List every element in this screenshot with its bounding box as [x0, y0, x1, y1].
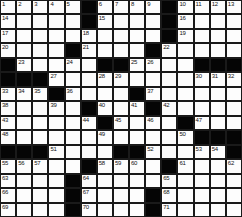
cell-r4c4[interactable]: [49, 44, 63, 56]
cell-r1c1[interactable]: 1: [1, 1, 15, 13]
cell-r3c15[interactable]: [227, 30, 241, 42]
clue-number: 56: [18, 160, 24, 167]
crossword-puzzle: 1234567891011121314151617181920212223242…: [0, 0, 242, 217]
cell-r9c4[interactable]: [49, 117, 63, 129]
cell-r1c15[interactable]: 13: [227, 1, 241, 13]
cell-r9c11[interactable]: [162, 117, 176, 129]
block-r4c10: [146, 44, 160, 56]
clue-number: 9: [147, 1, 150, 8]
cell-r2c3[interactable]: [33, 15, 47, 27]
cell-r7c5[interactable]: 36: [66, 88, 80, 100]
cell-r10c5[interactable]: [66, 131, 80, 143]
cell-r15c6[interactable]: 70: [82, 204, 96, 216]
cell-r10c7[interactable]: 49: [98, 131, 112, 143]
cell-r4c9[interactable]: [130, 44, 144, 56]
block-r9c7: [98, 117, 112, 129]
clue-number: 26: [147, 59, 153, 66]
cell-r5c10[interactable]: 26: [146, 59, 160, 71]
block-r1c11: [162, 1, 176, 13]
clue-number: 32: [228, 73, 234, 80]
cell-r8c4[interactable]: 39: [49, 102, 63, 114]
clue-number: 4: [50, 1, 53, 8]
block-r5c7: [98, 59, 112, 71]
block-r5c1: [1, 59, 15, 71]
clue-number: 29: [115, 73, 121, 80]
clue-number: 3: [34, 1, 37, 8]
clue-number: 54: [212, 146, 218, 153]
cell-r12c8[interactable]: 59: [114, 160, 128, 172]
cell-r6c11[interactable]: [162, 73, 176, 85]
block-r3c11: [162, 30, 176, 42]
block-r10c13: [195, 131, 209, 143]
clue-number: 10: [179, 1, 185, 8]
cell-r9c5[interactable]: [66, 117, 80, 129]
cell-r10c1[interactable]: 48: [1, 131, 15, 143]
clue-number: 20: [2, 44, 8, 51]
cell-r4c1[interactable]: 20: [1, 44, 15, 56]
block-r12c11: [162, 160, 176, 172]
cell-r4c15[interactable]: [227, 44, 241, 56]
cell-r7c6[interactable]: [82, 88, 96, 100]
cell-r7c11[interactable]: [162, 88, 176, 100]
clue-number: 18: [83, 30, 89, 37]
cell-r5c9[interactable]: 25: [130, 59, 144, 71]
cell-r8c8[interactable]: [114, 102, 128, 114]
cell-r7c15[interactable]: [227, 88, 241, 100]
cell-r6c6[interactable]: [82, 73, 96, 85]
cell-r11c6[interactable]: [82, 146, 96, 158]
cell-r14c11[interactable]: 68: [162, 189, 176, 201]
clue-number: 67: [83, 189, 89, 196]
cell-r3c9[interactable]: [130, 30, 144, 42]
cell-r6c4[interactable]: 27: [49, 73, 63, 85]
cell-r7c1[interactable]: 33: [1, 88, 15, 100]
cell-r13c12[interactable]: [178, 175, 192, 187]
cell-r13c13[interactable]: [195, 175, 209, 187]
cell-r4c8[interactable]: [114, 44, 128, 56]
cell-r15c8[interactable]: [114, 204, 128, 216]
cell-r2c12[interactable]: 16: [178, 15, 192, 27]
cell-r3c10[interactable]: [146, 30, 160, 42]
clue-number: 17: [2, 30, 8, 37]
clue-number: 45: [115, 117, 121, 124]
clue-number: 23: [18, 59, 24, 66]
block-r6c3: [33, 73, 47, 85]
cell-r3c5[interactable]: [66, 30, 80, 42]
cell-r2c10[interactable]: [146, 15, 160, 27]
cell-r7c3[interactable]: 35: [33, 88, 47, 100]
cell-r8c13[interactable]: [195, 102, 209, 114]
cell-r3c1[interactable]: 17: [1, 30, 15, 42]
block-r7c4: [49, 88, 63, 100]
cell-r2c7[interactable]: 15: [98, 15, 112, 27]
cell-r9c15[interactable]: [227, 117, 241, 129]
cell-r2c5[interactable]: [66, 15, 80, 27]
cell-r13c2[interactable]: [17, 175, 31, 187]
clue-number: 5: [67, 1, 70, 8]
cell-r9c1[interactable]: 43: [1, 117, 15, 129]
clue-number: 40: [99, 102, 105, 109]
block-r8c10: [146, 102, 160, 114]
cell-r12c10[interactable]: [146, 160, 160, 172]
cell-r5c6[interactable]: [82, 59, 96, 71]
cell-r15c1[interactable]: 69: [1, 204, 15, 216]
cell-r15c7[interactable]: [98, 204, 112, 216]
block-r11c9: [130, 146, 144, 158]
cell-r8c11[interactable]: 42: [162, 102, 176, 114]
cell-r15c13[interactable]: [195, 204, 209, 216]
clue-number: 42: [163, 102, 169, 109]
cell-r5c3[interactable]: [33, 59, 47, 71]
cell-r13c8[interactable]: [114, 175, 128, 187]
cell-r9c10[interactable]: 46: [146, 117, 160, 129]
clue-number: 44: [83, 117, 89, 124]
clue-number: 43: [2, 117, 8, 124]
cell-r14c8[interactable]: [114, 189, 128, 201]
clue-number: 52: [147, 146, 153, 153]
cell-r11c5[interactable]: [66, 146, 80, 158]
cell-r10c11[interactable]: [162, 131, 176, 143]
block-r15c10: [146, 204, 160, 216]
cell-r14c4[interactable]: [49, 189, 63, 201]
cell-r9c14[interactable]: [211, 117, 225, 129]
clue-number: 15: [99, 15, 105, 22]
cell-r5c5[interactable]: 24: [66, 59, 80, 71]
clue-number: 36: [67, 88, 73, 95]
clue-number: 58: [99, 160, 105, 167]
cell-r14c1[interactable]: 66: [1, 189, 15, 201]
cell-r8c3[interactable]: [33, 102, 47, 114]
cell-r1c10[interactable]: 9: [146, 1, 160, 13]
clue-number: 7: [115, 1, 118, 8]
cell-r4c7[interactable]: [98, 44, 112, 56]
cell-r12c2[interactable]: 56: [17, 160, 31, 172]
cell-r15c14[interactable]: [211, 204, 225, 216]
cell-r15c2[interactable]: [17, 204, 31, 216]
cell-r8c1[interactable]: 38: [1, 102, 15, 114]
cell-r6c9[interactable]: [130, 73, 144, 85]
clue-number: 14: [2, 15, 8, 22]
cell-r4c3[interactable]: [33, 44, 47, 56]
block-r2c11: [162, 15, 176, 27]
block-r9c12: [178, 117, 192, 129]
cell-r11c14[interactable]: 54: [211, 146, 225, 158]
cell-r12c3[interactable]: 57: [33, 160, 47, 172]
cell-r4c6[interactable]: 21: [82, 44, 96, 56]
block-r13c5: [66, 175, 80, 187]
cell-r12c12[interactable]: 61: [178, 160, 192, 172]
cell-r8c9[interactable]: 41: [130, 102, 144, 114]
block-r6c2: [17, 73, 31, 85]
cell-r2c9[interactable]: [130, 15, 144, 27]
cell-r9c2[interactable]: [17, 117, 31, 129]
cell-r11c12[interactable]: [178, 146, 192, 158]
clue-number: 70: [83, 204, 89, 211]
cell-r12c5[interactable]: [66, 160, 80, 172]
clue-number: 31: [212, 73, 218, 80]
cell-r10c4[interactable]: [49, 131, 63, 143]
block-r11c2: [17, 146, 31, 158]
clue-number: 13: [228, 1, 234, 8]
cell-r12c15[interactable]: 62: [227, 160, 241, 172]
cell-r8c12[interactable]: [178, 102, 192, 114]
cell-r1c9[interactable]: 8: [130, 1, 144, 13]
cell-r1c4[interactable]: 4: [49, 1, 63, 13]
cell-r5c12[interactable]: [178, 59, 192, 71]
cell-r15c3[interactable]: [33, 204, 47, 216]
cell-r13c15[interactable]: [227, 175, 241, 187]
clue-number: 16: [179, 15, 185, 22]
clue-number: 66: [2, 189, 8, 196]
cell-r1c2[interactable]: 2: [17, 1, 31, 13]
clue-number: 68: [163, 189, 169, 196]
cell-r7c12[interactable]: [178, 88, 192, 100]
clue-number: 22: [163, 44, 169, 51]
cell-r15c4[interactable]: [49, 204, 63, 216]
cell-r10c6[interactable]: [82, 131, 96, 143]
clue-number: 2: [18, 1, 21, 8]
block-r10c14: [211, 131, 225, 143]
cell-r1c14[interactable]: 12: [211, 1, 225, 13]
cell-r6c12[interactable]: [178, 73, 192, 85]
cell-r11c10[interactable]: 52: [146, 146, 160, 158]
cell-r13c1[interactable]: 63: [1, 175, 15, 187]
cell-r14c7[interactable]: [98, 189, 112, 201]
cell-r5c11[interactable]: [162, 59, 176, 71]
block-r10c15: [227, 131, 241, 143]
cell-r9c3[interactable]: [33, 117, 47, 129]
cell-r2c8[interactable]: [114, 15, 128, 27]
clue-number: 50: [179, 131, 185, 138]
cell-r1c7[interactable]: 6: [98, 1, 112, 13]
clue-number: 64: [83, 175, 89, 182]
cell-r9c13[interactable]: 47: [195, 117, 209, 129]
cell-r8c7[interactable]: 40: [98, 102, 112, 114]
cell-r1c3[interactable]: 3: [33, 1, 47, 13]
cell-r14c12[interactable]: [178, 189, 192, 201]
cell-r3c4[interactable]: [49, 30, 63, 42]
block-r1c6: [82, 1, 96, 13]
cell-r4c12[interactable]: [178, 44, 192, 56]
clue-number: 41: [131, 102, 137, 109]
cell-r8c15[interactable]: [227, 102, 241, 114]
clue-number: 35: [34, 88, 40, 95]
cell-r13c7[interactable]: [98, 175, 112, 187]
clue-number: 60: [131, 160, 137, 167]
block-r4c5: [66, 44, 80, 56]
cell-r15c11[interactable]: 71: [162, 204, 176, 216]
cell-r14c3[interactable]: [33, 189, 47, 201]
cell-r13c3[interactable]: [33, 175, 47, 187]
clue-number: 55: [2, 160, 8, 167]
clue-number: 49: [99, 131, 105, 138]
cell-r9c8[interactable]: 45: [114, 117, 128, 129]
block-r14c5: [66, 189, 80, 201]
block-r11c1: [1, 146, 15, 158]
block-r7c9: [130, 88, 144, 100]
clue-number: 48: [2, 131, 8, 138]
block-r8c6: [82, 102, 96, 114]
clue-number: 27: [50, 73, 56, 80]
cell-r15c15[interactable]: [227, 204, 241, 216]
cell-r12c7[interactable]: 58: [98, 160, 112, 172]
cell-r11c13[interactable]: 53: [195, 146, 209, 158]
cell-r10c12[interactable]: 50: [178, 131, 192, 143]
block-r11c15: [227, 146, 241, 158]
cell-r1c5[interactable]: 5: [66, 1, 80, 13]
cell-r8c5[interactable]: [66, 102, 80, 114]
cell-r15c9[interactable]: [130, 204, 144, 216]
block-r11c3: [33, 146, 47, 158]
clue-number: 37: [147, 88, 153, 95]
cell-r8c2[interactable]: [17, 102, 31, 114]
cell-r4c2[interactable]: [17, 44, 31, 56]
cell-r11c11[interactable]: [162, 146, 176, 158]
clue-number: 24: [67, 59, 73, 66]
clue-number: 25: [131, 59, 137, 66]
crossword-grid: 1234567891011121314151617181920212223242…: [0, 0, 242, 217]
cell-r13c10[interactable]: [146, 175, 160, 187]
clue-number: 53: [196, 146, 202, 153]
clue-number: 19: [179, 30, 185, 37]
cell-r4c13[interactable]: [195, 44, 209, 56]
clue-number: 33: [2, 88, 8, 95]
cell-r12c1[interactable]: 55: [1, 160, 15, 172]
cell-r15c12[interactable]: [178, 204, 192, 216]
cell-r2c14[interactable]: [211, 15, 225, 27]
clue-number: 39: [50, 102, 56, 109]
cell-r6c13[interactable]: 30: [195, 73, 209, 85]
clue-number: 12: [212, 1, 218, 8]
clue-number: 65: [163, 175, 169, 182]
clue-number: 51: [50, 146, 56, 153]
cell-r6c5[interactable]: [66, 73, 80, 85]
cell-r7c7[interactable]: [98, 88, 112, 100]
cell-r1c13[interactable]: 11: [195, 1, 209, 13]
cell-r13c14[interactable]: [211, 175, 225, 187]
cell-r12c13[interactable]: [195, 160, 209, 172]
cell-r3c3[interactable]: [33, 30, 47, 42]
clue-number: 46: [147, 117, 153, 124]
cell-r14c9[interactable]: [130, 189, 144, 201]
cell-r14c15[interactable]: [227, 189, 241, 201]
cell-r10c2[interactable]: [17, 131, 31, 143]
cell-r7c13[interactable]: [195, 88, 209, 100]
cell-r3c2[interactable]: [17, 30, 31, 42]
cell-r5c4[interactable]: [49, 59, 63, 71]
cell-r11c4[interactable]: 51: [49, 146, 63, 158]
block-r14c10: [146, 189, 160, 201]
clue-number: 8: [131, 1, 134, 8]
cell-r10c9[interactable]: [130, 131, 144, 143]
clue-number: 59: [115, 160, 121, 167]
clue-number: 69: [2, 204, 8, 211]
cell-r10c10[interactable]: [146, 131, 160, 143]
clue-number: 1: [2, 1, 5, 8]
cell-r1c8[interactable]: 7: [114, 1, 128, 13]
clue-number: 6: [99, 1, 102, 8]
block-r12c6: [82, 160, 96, 172]
cell-r13c6[interactable]: 64: [82, 175, 96, 187]
cell-r13c11[interactable]: 65: [162, 175, 176, 187]
cell-r2c4[interactable]: [49, 15, 63, 27]
cell-r13c9[interactable]: [130, 175, 144, 187]
cell-r7c8[interactable]: [114, 88, 128, 100]
cell-r10c8[interactable]: [114, 131, 128, 143]
clue-number: 11: [196, 1, 202, 8]
cell-r11c7[interactable]: [98, 146, 112, 158]
cell-r3c6[interactable]: 18: [82, 30, 96, 42]
cell-r12c9[interactable]: 60: [130, 160, 144, 172]
cell-r4c11[interactable]: 22: [162, 44, 176, 56]
clue-number: 57: [34, 160, 40, 167]
cell-r7c2[interactable]: 34: [17, 88, 31, 100]
cell-r7c14[interactable]: [211, 88, 225, 100]
block-r5c8: [114, 59, 128, 71]
cell-r5c2[interactable]: 23: [17, 59, 31, 71]
cell-r12c4[interactable]: [49, 160, 63, 172]
clue-number: 28: [99, 73, 105, 80]
cell-r6c8[interactable]: 29: [114, 73, 128, 85]
block-r15c5: [66, 204, 80, 216]
cell-r13c4[interactable]: [49, 175, 63, 187]
cell-r6c10[interactable]: [146, 73, 160, 85]
cell-r3c7[interactable]: [98, 30, 112, 42]
cell-r1c12[interactable]: 10: [178, 1, 192, 13]
cell-r2c15[interactable]: [227, 15, 241, 27]
clue-number: 47: [196, 117, 202, 124]
cell-r3c8[interactable]: [114, 30, 128, 42]
cell-r2c2[interactable]: [17, 15, 31, 27]
block-r2c6: [82, 15, 96, 27]
clue-number: 21: [83, 44, 89, 51]
cell-r14c14[interactable]: [211, 189, 225, 201]
cell-r6c14[interactable]: 31: [211, 73, 225, 85]
cell-r3c14[interactable]: [211, 30, 225, 42]
clue-number: 71: [163, 204, 169, 211]
clue-number: 38: [2, 102, 8, 109]
cell-r12c14[interactable]: [211, 160, 225, 172]
cell-r6c15[interactable]: 32: [227, 73, 241, 85]
cell-r8c14[interactable]: [211, 102, 225, 114]
block-r5c15: [227, 59, 241, 71]
cell-r14c6[interactable]: 67: [82, 189, 96, 201]
block-r5c14: [211, 59, 225, 71]
cell-r6c7[interactable]: 28: [98, 73, 112, 85]
cell-r3c12[interactable]: 19: [178, 30, 192, 42]
clue-number: 61: [179, 160, 185, 167]
block-r6c1: [1, 73, 15, 85]
cell-r7c10[interactable]: 37: [146, 88, 160, 100]
clue-number: 63: [2, 175, 8, 182]
cell-r2c13[interactable]: [195, 15, 209, 27]
clue-number: 30: [196, 73, 202, 80]
clue-number: 34: [18, 88, 24, 95]
cell-r4c14[interactable]: [211, 44, 225, 56]
cell-r14c2[interactable]: [17, 189, 31, 201]
cell-r10c3[interactable]: [33, 131, 47, 143]
cell-r3c13[interactable]: [195, 30, 209, 42]
cell-r2c1[interactable]: 14: [1, 15, 15, 27]
clue-number: 62: [228, 160, 234, 167]
block-r5c13: [195, 59, 209, 71]
cell-r14c13[interactable]: [195, 189, 209, 201]
cell-r9c9[interactable]: [130, 117, 144, 129]
block-r11c8: [114, 146, 128, 158]
cell-r9c6[interactable]: 44: [82, 117, 96, 129]
